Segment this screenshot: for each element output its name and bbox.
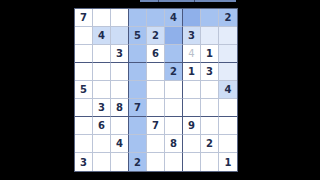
sudoku-cell-r9c6[interactable] bbox=[165, 153, 183, 171]
sudoku-cell-r3c4[interactable] bbox=[129, 45, 147, 63]
sudoku-cell-r7c9[interactable] bbox=[219, 117, 237, 135]
sudoku-cell-r6c4[interactable]: 7 bbox=[129, 99, 147, 117]
sudoku-cell-r8c8[interactable]: 2 bbox=[201, 135, 219, 153]
sudoku-cell-r3c5[interactable]: 6 bbox=[147, 45, 165, 63]
sudoku-cell-r4c6[interactable]: 2 bbox=[165, 63, 183, 81]
sudoku-cell-r4c8[interactable]: 3 bbox=[201, 63, 219, 81]
sudoku-board[interactable]: 7424523364121354387679482321 bbox=[74, 8, 238, 172]
sudoku-cell-r5c6[interactable] bbox=[165, 81, 183, 99]
sudoku-cell-r1c7[interactable] bbox=[183, 9, 201, 27]
sliver-tick bbox=[158, 0, 159, 2]
sudoku-cell-r7c6[interactable] bbox=[165, 117, 183, 135]
sudoku-cell-r3c8[interactable]: 1 bbox=[201, 45, 219, 63]
sudoku-cell-r3c7[interactable]: 4 bbox=[183, 45, 201, 63]
sudoku-cell-r3c6[interactable] bbox=[165, 45, 183, 63]
sudoku-cell-r4c7[interactable]: 1 bbox=[183, 63, 201, 81]
sudoku-cell-r6c6[interactable] bbox=[165, 99, 183, 117]
sudoku-cell-r2c2[interactable]: 4 bbox=[93, 27, 111, 45]
sudoku-cell-r5c8[interactable] bbox=[201, 81, 219, 99]
sudoku-cell-r7c1[interactable] bbox=[75, 117, 93, 135]
sudoku-cell-r9c3[interactable] bbox=[111, 153, 129, 171]
sudoku-cell-r5c2[interactable] bbox=[93, 81, 111, 99]
sudoku-cell-r2c3[interactable] bbox=[111, 27, 129, 45]
sudoku-cell-r1c1[interactable]: 7 bbox=[75, 9, 93, 27]
sudoku-cell-r8c2[interactable] bbox=[93, 135, 111, 153]
sudoku-cell-r7c3[interactable] bbox=[111, 117, 129, 135]
sudoku-cell-r9c8[interactable] bbox=[201, 153, 219, 171]
sudoku-cell-r2c7[interactable]: 3 bbox=[183, 27, 201, 45]
sudoku-cell-r2c4[interactable]: 5 bbox=[129, 27, 147, 45]
sudoku-cell-r3c2[interactable] bbox=[93, 45, 111, 63]
sudoku-cell-r1c5[interactable] bbox=[147, 9, 165, 27]
sudoku-cell-r8c6[interactable]: 8 bbox=[165, 135, 183, 153]
sudoku-cell-r6c2[interactable]: 3 bbox=[93, 99, 111, 117]
sudoku-cell-r5c1[interactable]: 5 bbox=[75, 81, 93, 99]
sudoku-cell-r7c2[interactable]: 6 bbox=[93, 117, 111, 135]
sudoku-cell-r1c6[interactable]: 4 bbox=[165, 9, 183, 27]
sudoku-cell-r1c9[interactable]: 2 bbox=[219, 9, 237, 27]
sudoku-cell-r1c2[interactable] bbox=[93, 9, 111, 27]
sudoku-cell-r1c8[interactable] bbox=[201, 9, 219, 27]
sudoku-cell-r9c5[interactable] bbox=[147, 153, 165, 171]
sudoku-cell-r5c7[interactable] bbox=[183, 81, 201, 99]
sudoku-cell-r5c5[interactable] bbox=[147, 81, 165, 99]
sudoku-cell-r2c6[interactable] bbox=[165, 27, 183, 45]
sudoku-cell-r8c5[interactable] bbox=[147, 135, 165, 153]
sudoku-cell-r7c8[interactable] bbox=[201, 117, 219, 135]
sudoku-cell-r8c4[interactable] bbox=[129, 135, 147, 153]
sudoku-cell-r6c8[interactable] bbox=[201, 99, 219, 117]
sudoku-cell-r3c1[interactable] bbox=[75, 45, 93, 63]
sudoku-cell-r6c3[interactable]: 8 bbox=[111, 99, 129, 117]
sudoku-cell-r2c8[interactable] bbox=[201, 27, 219, 45]
sudoku-cell-r4c3[interactable] bbox=[111, 63, 129, 81]
sudoku-cell-r7c5[interactable]: 7 bbox=[147, 117, 165, 135]
sudoku-cell-r1c4[interactable] bbox=[129, 9, 147, 27]
sudoku-cell-r4c2[interactable] bbox=[93, 63, 111, 81]
sudoku-cell-r2c1[interactable] bbox=[75, 27, 93, 45]
sudoku-cell-r8c9[interactable] bbox=[219, 135, 237, 153]
sudoku-cell-r6c5[interactable] bbox=[147, 99, 165, 117]
sudoku-cell-r4c9[interactable] bbox=[219, 63, 237, 81]
sliver-tick bbox=[194, 0, 195, 2]
sudoku-cell-r4c5[interactable] bbox=[147, 63, 165, 81]
clipped-ui-sliver bbox=[140, 0, 236, 2]
sudoku-cell-r3c3[interactable]: 3 bbox=[111, 45, 129, 63]
video-frame: 7424523364121354387679482321 bbox=[0, 0, 320, 180]
sudoku-cell-r5c9[interactable]: 4 bbox=[219, 81, 237, 99]
sudoku-cell-r6c7[interactable] bbox=[183, 99, 201, 117]
sudoku-cell-r1c3[interactable] bbox=[111, 9, 129, 27]
sudoku-cell-r4c4[interactable] bbox=[129, 63, 147, 81]
sudoku-cell-r8c7[interactable] bbox=[183, 135, 201, 153]
sudoku-cell-r9c2[interactable] bbox=[93, 153, 111, 171]
sudoku-cell-r9c1[interactable]: 3 bbox=[75, 153, 93, 171]
sudoku-cell-r7c7[interactable]: 9 bbox=[183, 117, 201, 135]
sudoku-cell-r6c1[interactable] bbox=[75, 99, 93, 117]
sudoku-cell-r4c1[interactable] bbox=[75, 63, 93, 81]
sudoku-cell-r2c5[interactable]: 2 bbox=[147, 27, 165, 45]
sudoku-cell-r6c9[interactable] bbox=[219, 99, 237, 117]
sudoku-cell-r9c7[interactable] bbox=[183, 153, 201, 171]
sudoku-cell-r8c3[interactable]: 4 bbox=[111, 135, 129, 153]
sudoku-cell-r5c3[interactable] bbox=[111, 81, 129, 99]
sudoku-cell-r9c4[interactable]: 2 bbox=[129, 153, 147, 171]
sudoku-cell-r9c9[interactable]: 1 bbox=[219, 153, 237, 171]
sudoku-cell-r8c1[interactable] bbox=[75, 135, 93, 153]
sudoku-cell-r5c4[interactable] bbox=[129, 81, 147, 99]
sudoku-cell-r7c4[interactable] bbox=[129, 117, 147, 135]
sudoku-cell-r3c9[interactable] bbox=[219, 45, 237, 63]
sudoku-cell-r2c9[interactable] bbox=[219, 27, 237, 45]
